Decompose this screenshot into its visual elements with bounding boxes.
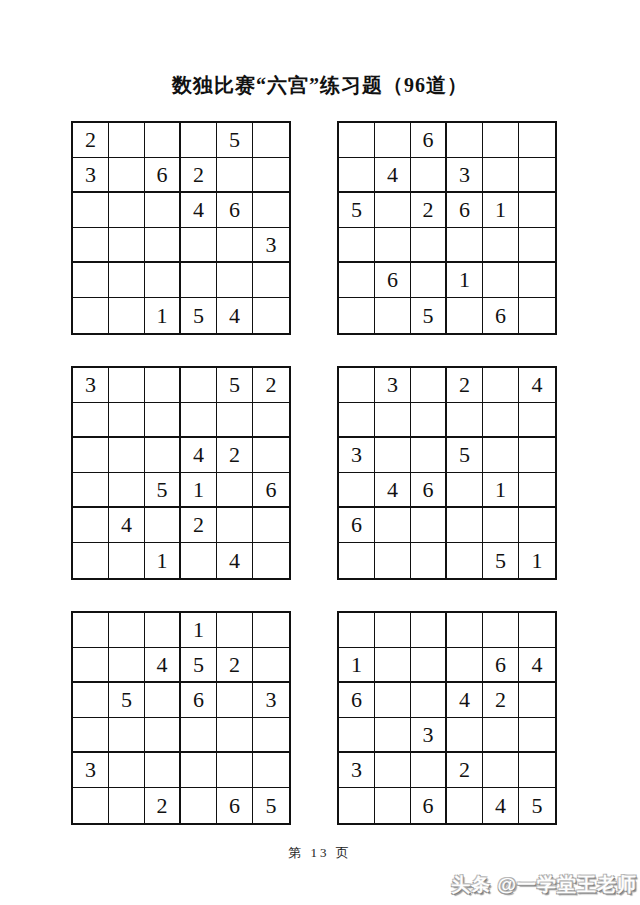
sudoku3-cell-r6c3[interactable]: 1 <box>145 543 181 578</box>
sudoku2-cell-r6c2[interactable] <box>375 298 411 333</box>
sudoku1-cell-r2c6[interactable] <box>253 158 289 193</box>
sudoku2-cell-r5c6[interactable] <box>519 263 555 298</box>
sudoku3-cell-r1c4[interactable] <box>181 368 217 403</box>
sudoku6-cell-r3c5[interactable]: 2 <box>483 683 519 718</box>
sudoku1-cell-r4c1[interactable] <box>73 228 109 263</box>
sudoku5-cell-r4c3[interactable] <box>145 718 181 753</box>
sudoku6-cell-r6c5[interactable]: 4 <box>483 788 519 823</box>
sudoku1-cell-r5c1[interactable] <box>73 263 109 298</box>
sudoku4-cell-r5c6[interactable] <box>519 508 555 543</box>
sudoku2-cell-r1c3[interactable]: 6 <box>411 123 447 158</box>
sudoku1-cell-r5c5[interactable] <box>217 263 253 298</box>
sudoku2-cell-r4c2[interactable] <box>375 228 411 263</box>
sudoku1-cell-r6c4[interactable]: 5 <box>181 298 217 333</box>
sudoku3-cell-r2c2[interactable] <box>109 403 145 438</box>
sudoku4-cell-r6c5[interactable]: 5 <box>483 543 519 578</box>
sudoku5-cell-r6c2[interactable] <box>109 788 145 823</box>
sudoku5-cell-r1c2[interactable] <box>109 613 145 648</box>
sudoku4-cell-r6c6[interactable]: 1 <box>519 543 555 578</box>
sudoku6-cell-r1c4[interactable] <box>447 613 483 648</box>
sudoku4-cell-r2c2[interactable] <box>375 403 411 438</box>
sudoku5-cell-r1c5[interactable] <box>217 613 253 648</box>
sudoku1-cell-r1c4[interactable] <box>181 123 217 158</box>
sudoku4-cell-r3c3[interactable] <box>411 438 447 473</box>
sudoku6-cell-r1c2[interactable] <box>375 613 411 648</box>
sudoku4-cell-r4c2[interactable]: 4 <box>375 473 411 508</box>
sudoku2-cell-r2c1[interactable] <box>339 158 375 193</box>
sudoku3-cell-r2c1[interactable] <box>73 403 109 438</box>
sudoku4-cell-r4c3[interactable]: 6 <box>411 473 447 508</box>
sudoku1-cell-r2c2[interactable] <box>109 158 145 193</box>
sudoku1-cell-r5c3[interactable] <box>145 263 181 298</box>
sudoku6-cell-r2c4[interactable] <box>447 648 483 683</box>
sudoku3-cell-r3c1[interactable] <box>73 438 109 473</box>
sudoku1-cell-r3c3[interactable] <box>145 193 181 228</box>
page-title: 数独比赛“六宫”练习题（96道） <box>0 72 640 99</box>
sudoku2-cell-r6c5[interactable]: 6 <box>483 298 519 333</box>
sudoku5-cell-r5c2[interactable] <box>109 753 145 788</box>
sudoku6-cell-r4c5[interactable] <box>483 718 519 753</box>
sudoku6-cell-r6c1[interactable] <box>339 788 375 823</box>
sudoku4-cell-r6c3[interactable] <box>411 543 447 578</box>
sudoku1-cell-r5c6[interactable] <box>253 263 289 298</box>
sudoku1-cell-r3c1[interactable] <box>73 193 109 228</box>
sudoku6-cell-r4c4[interactable] <box>447 718 483 753</box>
sudoku1-cell-r1c1[interactable]: 2 <box>73 123 109 158</box>
sudoku4-cell-r5c3[interactable] <box>411 508 447 543</box>
sudoku1-cell-r1c5[interactable]: 5 <box>217 123 253 158</box>
sudoku5-cell-r5c6[interactable] <box>253 753 289 788</box>
sudoku2-cell-r2c2[interactable]: 4 <box>375 158 411 193</box>
sudoku5-cell-r6c6[interactable]: 5 <box>253 788 289 823</box>
sudoku5-cell-r2c4[interactable]: 5 <box>181 648 217 683</box>
sudoku4-cell-r3c2[interactable] <box>375 438 411 473</box>
sudoku1-cell-r1c3[interactable] <box>145 123 181 158</box>
sudoku2-cell-r6c4[interactable] <box>447 298 483 333</box>
sudoku4-cell-r5c2[interactable] <box>375 508 411 543</box>
puzzle-grid-container: 25362463154 64352616156 352425164214 324… <box>71 121 557 825</box>
sudoku1-cell-r4c2[interactable] <box>109 228 145 263</box>
sudoku6-cell-r3c3[interactable] <box>411 683 447 718</box>
sudoku5-cell-r1c3[interactable] <box>145 613 181 648</box>
sudoku2-cell-r6c6[interactable] <box>519 298 555 333</box>
sudoku3-cell-r5c3[interactable] <box>145 508 181 543</box>
sudoku5-cell-r3c5[interactable] <box>217 683 253 718</box>
sudoku1-cell-r2c3[interactable]: 6 <box>145 158 181 193</box>
sudoku6-cell-r2c1[interactable]: 1 <box>339 648 375 683</box>
sudoku1-cell-r3c5[interactable]: 6 <box>217 193 253 228</box>
sudoku6-cell-r6c6[interactable]: 5 <box>519 788 555 823</box>
sudoku3-cell-r2c6[interactable] <box>253 403 289 438</box>
sudoku6-cell-r2c6[interactable]: 4 <box>519 648 555 683</box>
sudoku3-cell-r4c3[interactable]: 5 <box>145 473 181 508</box>
sudoku4-cell-r1c3[interactable] <box>411 368 447 403</box>
sudoku4-cell-r3c4[interactable]: 5 <box>447 438 483 473</box>
sudoku5-cell-r1c4[interactable]: 1 <box>181 613 217 648</box>
sudoku2-cell-r4c6[interactable] <box>519 228 555 263</box>
sudoku3-cell-r2c3[interactable] <box>145 403 181 438</box>
sudoku-grid-6: 164642332645 <box>337 611 557 825</box>
sudoku6-cell-r2c2[interactable] <box>375 648 411 683</box>
sudoku4-cell-r1c2[interactable]: 3 <box>375 368 411 403</box>
sudoku2-cell-r3c2[interactable] <box>375 193 411 228</box>
sudoku1-cell-r3c6[interactable] <box>253 193 289 228</box>
sudoku5-cell-r5c3[interactable] <box>145 753 181 788</box>
sudoku5-cell-r2c6[interactable] <box>253 648 289 683</box>
sudoku2-cell-r3c6[interactable] <box>519 193 555 228</box>
sudoku5-cell-r4c2[interactable] <box>109 718 145 753</box>
sudoku4-cell-r2c4[interactable] <box>447 403 483 438</box>
sudoku5-cell-r6c3[interactable]: 2 <box>145 788 181 823</box>
sudoku2-cell-r2c6[interactable] <box>519 158 555 193</box>
sudoku3-cell-r6c4[interactable] <box>181 543 217 578</box>
sudoku4-cell-r6c2[interactable] <box>375 543 411 578</box>
sudoku3-cell-r6c1[interactable] <box>73 543 109 578</box>
sudoku2-cell-r1c4[interactable] <box>447 123 483 158</box>
sudoku5-cell-r4c4[interactable] <box>181 718 217 753</box>
sudoku1-cell-r5c4[interactable] <box>181 263 217 298</box>
sudoku5-cell-r4c5[interactable] <box>217 718 253 753</box>
sudoku1-cell-r4c3[interactable] <box>145 228 181 263</box>
sudoku6-cell-r3c6[interactable] <box>519 683 555 718</box>
sudoku3-cell-r1c6[interactable]: 2 <box>253 368 289 403</box>
worksheet-page: 数独比赛“六宫”练习题（96道） 25362463154 64352616156… <box>0 0 640 905</box>
sudoku2-cell-r5c1[interactable] <box>339 263 375 298</box>
sudoku3-cell-r4c4[interactable]: 1 <box>181 473 217 508</box>
sudoku6-cell-r4c3[interactable]: 3 <box>411 718 447 753</box>
sudoku3-cell-r4c6[interactable]: 6 <box>253 473 289 508</box>
sudoku4-cell-r4c5[interactable]: 1 <box>483 473 519 508</box>
sudoku6-cell-r1c6[interactable] <box>519 613 555 648</box>
sudoku-grid-4: 32435461651 <box>337 366 557 580</box>
sudoku2-cell-r1c5[interactable] <box>483 123 519 158</box>
sudoku2-cell-r4c4[interactable] <box>447 228 483 263</box>
sudoku1-cell-r2c5[interactable] <box>217 158 253 193</box>
sudoku-grid-3: 352425164214 <box>71 366 291 580</box>
sudoku2-cell-r3c4[interactable]: 6 <box>447 193 483 228</box>
sudoku2-cell-r6c1[interactable] <box>339 298 375 333</box>
sudoku5-cell-r5c4[interactable] <box>181 753 217 788</box>
sudoku2-cell-r6c3[interactable]: 5 <box>411 298 447 333</box>
sudoku-grid-1: 25362463154 <box>71 121 291 335</box>
sudoku5-cell-r2c3[interactable]: 4 <box>145 648 181 683</box>
sudoku6-cell-r1c1[interactable] <box>339 613 375 648</box>
sudoku6-cell-r3c2[interactable] <box>375 683 411 718</box>
sudoku-grid-2: 64352616156 <box>337 121 557 335</box>
sudoku2-cell-r5c2[interactable]: 6 <box>375 263 411 298</box>
sudoku3-cell-r3c5[interactable]: 2 <box>217 438 253 473</box>
sudoku4-cell-r3c6[interactable] <box>519 438 555 473</box>
sudoku3-cell-r5c2[interactable]: 4 <box>109 508 145 543</box>
sudoku3-cell-r1c3[interactable] <box>145 368 181 403</box>
sudoku4-cell-r4c4[interactable] <box>447 473 483 508</box>
sudoku5-cell-r6c1[interactable] <box>73 788 109 823</box>
sudoku2-cell-r3c1[interactable]: 5 <box>339 193 375 228</box>
sudoku3-cell-r5c6[interactable] <box>253 508 289 543</box>
sudoku1-cell-r2c4[interactable]: 2 <box>181 158 217 193</box>
sudoku1-cell-r6c5[interactable]: 4 <box>217 298 253 333</box>
sudoku2-cell-r2c5[interactable] <box>483 158 519 193</box>
sudoku6-cell-r4c2[interactable] <box>375 718 411 753</box>
sudoku3-cell-r6c5[interactable]: 4 <box>217 543 253 578</box>
sudoku4-cell-r5c5[interactable] <box>483 508 519 543</box>
sudoku4-cell-r2c6[interactable] <box>519 403 555 438</box>
sudoku4-cell-r3c5[interactable] <box>483 438 519 473</box>
sudoku-grid-5: 14525633265 <box>71 611 291 825</box>
sudoku1-cell-r6c6[interactable] <box>253 298 289 333</box>
sudoku2-cell-r1c6[interactable] <box>519 123 555 158</box>
sudoku1-cell-r6c2[interactable] <box>109 298 145 333</box>
sudoku4-cell-r4c1[interactable] <box>339 473 375 508</box>
sudoku1-cell-r4c4[interactable] <box>181 228 217 263</box>
watermark: 头条 @一学堂王老师 <box>451 872 637 898</box>
sudoku3-cell-r6c6[interactable] <box>253 543 289 578</box>
sudoku5-cell-r6c4[interactable] <box>181 788 217 823</box>
sudoku4-cell-r6c4[interactable] <box>447 543 483 578</box>
sudoku6-cell-r4c1[interactable] <box>339 718 375 753</box>
sudoku2-cell-r3c5[interactable]: 1 <box>483 193 519 228</box>
sudoku4-cell-r3c1[interactable]: 3 <box>339 438 375 473</box>
sudoku3-cell-r1c2[interactable] <box>109 368 145 403</box>
sudoku5-cell-r6c5[interactable]: 6 <box>217 788 253 823</box>
sudoku3-cell-r1c1[interactable]: 3 <box>73 368 109 403</box>
sudoku5-cell-r4c6[interactable] <box>253 718 289 753</box>
sudoku6-cell-r1c5[interactable] <box>483 613 519 648</box>
sudoku6-cell-r6c3[interactable]: 6 <box>411 788 447 823</box>
sudoku6-cell-r5c5[interactable] <box>483 753 519 788</box>
sudoku1-cell-r4c5[interactable] <box>217 228 253 263</box>
sudoku6-cell-r2c3[interactable] <box>411 648 447 683</box>
sudoku4-cell-r1c4[interactable]: 2 <box>447 368 483 403</box>
sudoku5-cell-r3c4[interactable]: 6 <box>181 683 217 718</box>
sudoku2-cell-r5c4[interactable]: 1 <box>447 263 483 298</box>
sudoku5-cell-r2c1[interactable] <box>73 648 109 683</box>
sudoku6-cell-r3c4[interactable]: 4 <box>447 683 483 718</box>
sudoku2-cell-r5c5[interactable] <box>483 263 519 298</box>
sudoku3-cell-r4c5[interactable] <box>217 473 253 508</box>
sudoku2-cell-r2c4[interactable]: 3 <box>447 158 483 193</box>
sudoku3-cell-r4c2[interactable] <box>109 473 145 508</box>
sudoku5-cell-r4c1[interactable] <box>73 718 109 753</box>
sudoku4-cell-r2c5[interactable] <box>483 403 519 438</box>
sudoku2-cell-r5c3[interactable] <box>411 263 447 298</box>
sudoku4-cell-r2c3[interactable] <box>411 403 447 438</box>
sudoku1-cell-r4c6[interactable]: 3 <box>253 228 289 263</box>
sudoku4-cell-r6c1[interactable] <box>339 543 375 578</box>
sudoku6-cell-r5c6[interactable] <box>519 753 555 788</box>
sudoku5-cell-r5c5[interactable] <box>217 753 253 788</box>
sudoku4-cell-r1c1[interactable] <box>339 368 375 403</box>
sudoku5-cell-r1c6[interactable] <box>253 613 289 648</box>
sudoku2-cell-r4c3[interactable] <box>411 228 447 263</box>
sudoku4-cell-r5c4[interactable] <box>447 508 483 543</box>
sudoku5-cell-r3c2[interactable]: 5 <box>109 683 145 718</box>
sudoku3-cell-r5c5[interactable] <box>217 508 253 543</box>
sudoku3-cell-r2c5[interactable] <box>217 403 253 438</box>
page-number: 第 13 页 <box>0 844 640 862</box>
sudoku3-cell-r1c5[interactable]: 5 <box>217 368 253 403</box>
sudoku4-cell-r2c1[interactable] <box>339 403 375 438</box>
sudoku3-cell-r6c2[interactable] <box>109 543 145 578</box>
sudoku3-cell-r4c1[interactable] <box>73 473 109 508</box>
sudoku5-cell-r1c1[interactable] <box>73 613 109 648</box>
sudoku1-cell-r3c2[interactable] <box>109 193 145 228</box>
sudoku1-cell-r1c6[interactable] <box>253 123 289 158</box>
sudoku1-cell-r1c2[interactable] <box>109 123 145 158</box>
sudoku1-cell-r6c3[interactable]: 1 <box>145 298 181 333</box>
sudoku5-cell-r2c2[interactable] <box>109 648 145 683</box>
sudoku3-cell-r3c2[interactable] <box>109 438 145 473</box>
sudoku6-cell-r2c5[interactable]: 6 <box>483 648 519 683</box>
sudoku3-cell-r3c6[interactable] <box>253 438 289 473</box>
sudoku5-cell-r3c3[interactable] <box>145 683 181 718</box>
sudoku5-cell-r3c1[interactable] <box>73 683 109 718</box>
sudoku6-cell-r4c6[interactable] <box>519 718 555 753</box>
sudoku3-cell-r5c1[interactable] <box>73 508 109 543</box>
sudoku2-cell-r2c3[interactable] <box>411 158 447 193</box>
sudoku3-cell-r3c3[interactable] <box>145 438 181 473</box>
sudoku2-cell-r4c1[interactable] <box>339 228 375 263</box>
sudoku1-cell-r3c4[interactable]: 4 <box>181 193 217 228</box>
sudoku6-cell-r1c3[interactable] <box>411 613 447 648</box>
sudoku1-cell-r5c2[interactable] <box>109 263 145 298</box>
sudoku6-cell-r5c1[interactable]: 3 <box>339 753 375 788</box>
sudoku1-cell-r2c1[interactable]: 3 <box>73 158 109 193</box>
sudoku5-cell-r3c6[interactable]: 3 <box>253 683 289 718</box>
sudoku6-cell-r5c2[interactable] <box>375 753 411 788</box>
sudoku4-cell-r1c6[interactable]: 4 <box>519 368 555 403</box>
sudoku1-cell-r6c1[interactable] <box>73 298 109 333</box>
sudoku2-cell-r1c2[interactable] <box>375 123 411 158</box>
sudoku3-cell-r5c4[interactable]: 2 <box>181 508 217 543</box>
sudoku6-cell-r5c4[interactable]: 2 <box>447 753 483 788</box>
sudoku4-cell-r5c1[interactable]: 6 <box>339 508 375 543</box>
sudoku2-cell-r3c3[interactable]: 2 <box>411 193 447 228</box>
sudoku5-cell-r5c1[interactable]: 3 <box>73 753 109 788</box>
sudoku6-cell-r6c2[interactable] <box>375 788 411 823</box>
sudoku3-cell-r3c4[interactable]: 4 <box>181 438 217 473</box>
sudoku6-cell-r6c4[interactable] <box>447 788 483 823</box>
sudoku2-cell-r1c1[interactable] <box>339 123 375 158</box>
sudoku6-cell-r5c3[interactable] <box>411 753 447 788</box>
sudoku2-cell-r4c5[interactable] <box>483 228 519 263</box>
sudoku4-cell-r4c6[interactable] <box>519 473 555 508</box>
sudoku6-cell-r3c1[interactable]: 6 <box>339 683 375 718</box>
sudoku5-cell-r2c5[interactable]: 2 <box>217 648 253 683</box>
sudoku3-cell-r2c4[interactable] <box>181 403 217 438</box>
sudoku4-cell-r1c5[interactable] <box>483 368 519 403</box>
